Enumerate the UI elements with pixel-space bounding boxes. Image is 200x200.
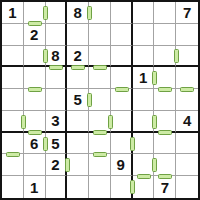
cell-r8c1[interactable] [2, 154, 24, 176]
cell-r1c9[interactable]: 7 [176, 2, 198, 24]
cell-r3c9[interactable] [176, 46, 198, 68]
cell-r5c6[interactable] [111, 89, 133, 111]
cell-r8c4[interactable] [67, 154, 89, 176]
cell-r5c8[interactable] [154, 89, 176, 111]
cell-r6c4[interactable] [67, 111, 89, 133]
cell-r5c4[interactable]: 5 [67, 89, 89, 111]
consecutive-marker-v [152, 71, 157, 85]
cell-r9c7[interactable] [133, 176, 155, 198]
consecutive-marker-v [108, 115, 113, 129]
cell-r7c7[interactable] [133, 133, 155, 155]
cell-r4c3[interactable] [46, 67, 68, 89]
sudoku-board: 1872821534652917 [0, 0, 200, 200]
cell-r6c9[interactable]: 4 [176, 111, 198, 133]
cell-r5c5[interactable] [89, 89, 111, 111]
consecutive-marker-h [158, 130, 172, 135]
consecutive-marker-v [87, 93, 92, 107]
consecutive-marker-v [43, 49, 48, 63]
cell-r4c4[interactable] [67, 67, 89, 89]
cell-r4c1[interactable] [2, 67, 24, 89]
consecutive-marker-h [28, 87, 42, 92]
cell-r5c1[interactable] [2, 89, 24, 111]
consecutive-marker-h [137, 174, 151, 179]
cell-r7c4[interactable] [67, 133, 89, 155]
cell-r3c8[interactable] [154, 46, 176, 68]
consecutive-marker-v [21, 115, 26, 129]
cell-r2c6[interactable] [111, 24, 133, 46]
cell-r9c8[interactable]: 7 [154, 176, 176, 198]
consecutive-marker-v [87, 6, 92, 20]
page: 1872821534652917 [0, 0, 200, 200]
consecutive-marker-h [28, 130, 42, 135]
cell-r7c8[interactable] [154, 133, 176, 155]
cell-r6c3[interactable]: 3 [46, 111, 68, 133]
cell-r2c4[interactable] [67, 24, 89, 46]
cell-r9c2[interactable]: 1 [24, 176, 46, 198]
cell-r5c2[interactable] [24, 89, 46, 111]
cell-r9c5[interactable] [89, 176, 111, 198]
cell-r4c5[interactable] [89, 67, 111, 89]
consecutive-marker-h [28, 21, 42, 26]
consecutive-marker-h [6, 152, 20, 157]
cell-r9c1[interactable] [2, 176, 24, 198]
cell-r9c3[interactable] [46, 176, 68, 198]
consecutive-marker-h [158, 87, 172, 92]
cell-r1c7[interactable] [133, 2, 155, 24]
cell-r8c9[interactable] [176, 154, 198, 176]
cell-r4c8[interactable] [154, 67, 176, 89]
consecutive-marker-h [158, 174, 172, 179]
cell-r2c1[interactable] [2, 24, 24, 46]
consecutive-marker-v [152, 158, 157, 172]
cell-r9c4[interactable] [67, 176, 89, 198]
cell-r2c7[interactable] [133, 24, 155, 46]
cell-r2c9[interactable] [176, 24, 198, 46]
cell-r3c1[interactable] [2, 46, 24, 68]
cell-r8c8[interactable] [154, 154, 176, 176]
cell-r2c8[interactable] [154, 24, 176, 46]
cell-r4c2[interactable] [24, 67, 46, 89]
cell-r1c4[interactable]: 8 [67, 2, 89, 24]
sudoku-grid: 1872821534652917 [2, 2, 198, 198]
cell-r1c1[interactable]: 1 [2, 2, 24, 24]
cell-r1c6[interactable] [111, 2, 133, 24]
consecutive-marker-h [115, 87, 129, 92]
cell-r7c3[interactable]: 5 [46, 133, 68, 155]
consecutive-marker-h [93, 130, 107, 135]
cell-r2c2[interactable]: 2 [24, 24, 46, 46]
cell-r1c5[interactable] [89, 2, 111, 24]
cell-r2c3[interactable] [46, 24, 68, 46]
cell-r7c9[interactable] [176, 133, 198, 155]
consecutive-marker-h [180, 87, 194, 92]
consecutive-marker-h [93, 152, 107, 157]
consecutive-marker-h [93, 65, 107, 70]
cell-r1c3[interactable] [46, 2, 68, 24]
consecutive-marker-v [174, 49, 179, 63]
cell-r2c5[interactable] [89, 24, 111, 46]
cell-r3c7[interactable] [133, 46, 155, 68]
cell-r5c7[interactable] [133, 89, 155, 111]
cell-r5c9[interactable] [176, 89, 198, 111]
consecutive-marker-v [43, 6, 48, 20]
cell-r1c8[interactable] [154, 2, 176, 24]
cell-r4c9[interactable] [176, 67, 198, 89]
consecutive-marker-h [49, 65, 63, 70]
cell-r8c5[interactable] [89, 154, 111, 176]
consecutive-marker-v [43, 137, 48, 151]
cell-r3c6[interactable] [111, 46, 133, 68]
cell-r8c6[interactable]: 9 [111, 154, 133, 176]
consecutive-marker-v [65, 158, 70, 172]
cell-r8c2[interactable] [24, 154, 46, 176]
cell-r5c3[interactable] [46, 89, 68, 111]
consecutive-marker-h [71, 65, 85, 70]
cell-r6c6[interactable] [111, 111, 133, 133]
consecutive-marker-v [152, 115, 157, 129]
consecutive-marker-v [130, 180, 135, 194]
cell-r9c9[interactable] [176, 176, 198, 198]
cell-r4c6[interactable] [111, 67, 133, 89]
consecutive-marker-v [130, 137, 135, 151]
